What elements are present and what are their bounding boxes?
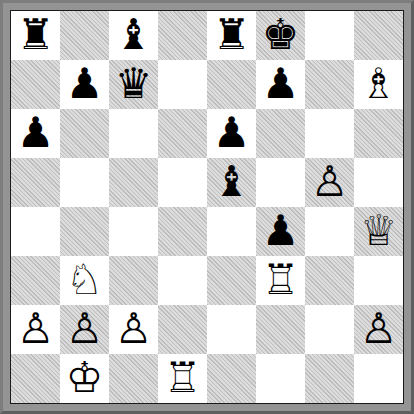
white-knight-b3: ♘ xyxy=(66,256,104,304)
black-pawn-e6: ♟ xyxy=(213,109,251,157)
square-e7[interactable] xyxy=(207,60,256,109)
square-e4[interactable] xyxy=(207,207,256,256)
black-king-f8: ♚ xyxy=(262,11,300,59)
square-b4[interactable] xyxy=(60,207,109,256)
black-pawn-f7: ♟ xyxy=(262,60,300,108)
black-pawn-b7: ♟ xyxy=(66,60,104,108)
square-c5[interactable] xyxy=(109,158,158,207)
square-b7[interactable]: ♟ xyxy=(60,60,109,109)
square-e1[interactable] xyxy=(207,354,256,403)
white-bishop-h7: ♗ xyxy=(360,60,398,108)
board-frame: ♜♝♜♚♟♛♟♗♟♟♝♙♟♕♘♖♙♙♙♙♔♖ xyxy=(0,0,414,414)
square-e6[interactable]: ♟ xyxy=(207,109,256,158)
white-king-b1: ♔ xyxy=(66,354,104,402)
square-b1[interactable]: ♔ xyxy=(60,354,109,403)
square-h6[interactable] xyxy=(354,109,403,158)
square-b2[interactable]: ♙ xyxy=(60,305,109,354)
square-f2[interactable] xyxy=(256,305,305,354)
square-g4[interactable] xyxy=(305,207,354,256)
white-pawn-g5: ♙ xyxy=(311,158,349,206)
square-c1[interactable] xyxy=(109,354,158,403)
white-pawn-h2: ♙ xyxy=(360,305,398,353)
square-a8[interactable]: ♜ xyxy=(11,11,60,60)
white-pawn-b2: ♙ xyxy=(66,305,104,353)
square-h4[interactable]: ♕ xyxy=(354,207,403,256)
square-b5[interactable] xyxy=(60,158,109,207)
square-g2[interactable] xyxy=(305,305,354,354)
square-g5[interactable]: ♙ xyxy=(305,158,354,207)
square-h1[interactable] xyxy=(354,354,403,403)
square-e2[interactable] xyxy=(207,305,256,354)
square-g7[interactable] xyxy=(305,60,354,109)
square-e5[interactable]: ♝ xyxy=(207,158,256,207)
square-c3[interactable] xyxy=(109,256,158,305)
black-rook-e8: ♜ xyxy=(213,11,251,59)
square-c7[interactable]: ♛ xyxy=(109,60,158,109)
square-d4[interactable] xyxy=(158,207,207,256)
black-bishop-c8: ♝ xyxy=(115,11,153,59)
chess-board: ♜♝♜♚♟♛♟♗♟♟♝♙♟♕♘♖♙♙♙♙♔♖ xyxy=(10,10,404,404)
square-g1[interactable] xyxy=(305,354,354,403)
square-f1[interactable] xyxy=(256,354,305,403)
square-d1[interactable]: ♖ xyxy=(158,354,207,403)
square-a1[interactable] xyxy=(11,354,60,403)
square-b8[interactable] xyxy=(60,11,109,60)
square-d5[interactable] xyxy=(158,158,207,207)
white-pawn-c2: ♙ xyxy=(115,305,153,353)
square-h2[interactable]: ♙ xyxy=(354,305,403,354)
square-g3[interactable] xyxy=(305,256,354,305)
square-h7[interactable]: ♗ xyxy=(354,60,403,109)
square-d7[interactable] xyxy=(158,60,207,109)
square-g6[interactable] xyxy=(305,109,354,158)
square-f3[interactable]: ♖ xyxy=(256,256,305,305)
square-d6[interactable] xyxy=(158,109,207,158)
square-c6[interactable] xyxy=(109,109,158,158)
square-e8[interactable]: ♜ xyxy=(207,11,256,60)
square-e3[interactable] xyxy=(207,256,256,305)
square-c2[interactable]: ♙ xyxy=(109,305,158,354)
square-h3[interactable] xyxy=(354,256,403,305)
white-rook-d1: ♖ xyxy=(164,354,202,402)
square-b6[interactable] xyxy=(60,109,109,158)
black-queen-c7: ♛ xyxy=(115,60,153,108)
black-pawn-a6: ♟ xyxy=(17,109,55,157)
white-rook-f3: ♖ xyxy=(262,256,300,304)
square-d3[interactable] xyxy=(158,256,207,305)
square-h5[interactable] xyxy=(354,158,403,207)
square-a6[interactable]: ♟ xyxy=(11,109,60,158)
black-pawn-f4: ♟ xyxy=(262,207,300,255)
square-f4[interactable]: ♟ xyxy=(256,207,305,256)
white-queen-h4: ♕ xyxy=(360,207,398,255)
black-rook-a8: ♜ xyxy=(17,11,55,59)
square-f8[interactable]: ♚ xyxy=(256,11,305,60)
square-b3[interactable]: ♘ xyxy=(60,256,109,305)
square-d2[interactable] xyxy=(158,305,207,354)
square-a7[interactable] xyxy=(11,60,60,109)
square-a5[interactable] xyxy=(11,158,60,207)
square-f5[interactable] xyxy=(256,158,305,207)
white-pawn-a2: ♙ xyxy=(17,305,55,353)
square-c4[interactable] xyxy=(109,207,158,256)
black-bishop-e5: ♝ xyxy=(213,158,251,206)
square-d8[interactable] xyxy=(158,11,207,60)
square-a4[interactable] xyxy=(11,207,60,256)
square-g8[interactable] xyxy=(305,11,354,60)
square-f7[interactable]: ♟ xyxy=(256,60,305,109)
square-c8[interactable]: ♝ xyxy=(109,11,158,60)
square-h8[interactable] xyxy=(354,11,403,60)
square-a3[interactable] xyxy=(11,256,60,305)
square-f6[interactable] xyxy=(256,109,305,158)
square-a2[interactable]: ♙ xyxy=(11,305,60,354)
